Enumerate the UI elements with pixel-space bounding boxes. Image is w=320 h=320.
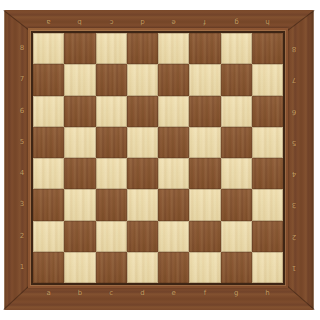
square-h5[interactable] xyxy=(252,127,283,158)
square-h1[interactable] xyxy=(252,252,283,283)
square-e8[interactable] xyxy=(158,33,189,64)
square-d2[interactable] xyxy=(127,221,158,252)
chess-board xyxy=(31,31,285,285)
square-f2[interactable] xyxy=(189,221,220,252)
square-c7[interactable] xyxy=(96,64,127,95)
square-c8[interactable] xyxy=(96,33,127,64)
rank-labels-right-4: 4 xyxy=(287,158,301,189)
square-a1[interactable] xyxy=(33,252,64,283)
square-d8[interactable] xyxy=(127,33,158,64)
square-a7[interactable] xyxy=(33,64,64,95)
rank-labels-right-7: 7 xyxy=(287,64,301,95)
square-b2[interactable] xyxy=(64,221,95,252)
square-h6[interactable] xyxy=(252,96,283,127)
square-g4[interactable] xyxy=(221,158,252,189)
square-h7[interactable] xyxy=(252,64,283,95)
square-g7[interactable] xyxy=(221,64,252,95)
rank-labels-left: 87654321 xyxy=(15,33,29,283)
rank-labels-left-6: 6 xyxy=(15,96,29,127)
square-a2[interactable] xyxy=(33,221,64,252)
square-a4[interactable] xyxy=(33,158,64,189)
square-d5[interactable] xyxy=(127,127,158,158)
square-b3[interactable] xyxy=(64,189,95,220)
square-f1[interactable] xyxy=(189,252,220,283)
rank-labels-left-1: 1 xyxy=(15,252,29,283)
square-e7[interactable] xyxy=(158,64,189,95)
square-c6[interactable] xyxy=(96,96,127,127)
rank-labels-left-4: 4 xyxy=(15,158,29,189)
rank-labels-right-1: 1 xyxy=(287,252,301,283)
square-e2[interactable] xyxy=(158,221,189,252)
square-c1[interactable] xyxy=(96,252,127,283)
square-b6[interactable] xyxy=(64,96,95,127)
square-a3[interactable] xyxy=(33,189,64,220)
square-f3[interactable] xyxy=(189,189,220,220)
square-e6[interactable] xyxy=(158,96,189,127)
square-c3[interactable] xyxy=(96,189,127,220)
square-f7[interactable] xyxy=(189,64,220,95)
square-h2[interactable] xyxy=(252,221,283,252)
rank-labels-right: 87654321 xyxy=(287,33,301,283)
rank-labels-right-2: 2 xyxy=(287,221,301,252)
rank-labels-left-7: 7 xyxy=(15,64,29,95)
square-d3[interactable] xyxy=(127,189,158,220)
square-g6[interactable] xyxy=(221,96,252,127)
square-d4[interactable] xyxy=(127,158,158,189)
rank-labels-left-8: 8 xyxy=(15,33,29,64)
square-f6[interactable] xyxy=(189,96,220,127)
square-g3[interactable] xyxy=(221,189,252,220)
square-a5[interactable] xyxy=(33,127,64,158)
square-g8[interactable] xyxy=(221,33,252,64)
square-e1[interactable] xyxy=(158,252,189,283)
square-g1[interactable] xyxy=(221,252,252,283)
square-c5[interactable] xyxy=(96,127,127,158)
square-e3[interactable] xyxy=(158,189,189,220)
square-d6[interactable] xyxy=(127,96,158,127)
square-e4[interactable] xyxy=(158,158,189,189)
square-h8[interactable] xyxy=(252,33,283,64)
square-f5[interactable] xyxy=(189,127,220,158)
square-g5[interactable] xyxy=(221,127,252,158)
square-c2[interactable] xyxy=(96,221,127,252)
square-d7[interactable] xyxy=(127,64,158,95)
square-c4[interactable] xyxy=(96,158,127,189)
rank-labels-left-2: 2 xyxy=(15,221,29,252)
square-b4[interactable] xyxy=(64,158,95,189)
square-g2[interactable] xyxy=(221,221,252,252)
square-b7[interactable] xyxy=(64,64,95,95)
square-h3[interactable] xyxy=(252,189,283,220)
square-h4[interactable] xyxy=(252,158,283,189)
rank-labels-left-3: 3 xyxy=(15,189,29,220)
square-a6[interactable] xyxy=(33,96,64,127)
square-d1[interactable] xyxy=(127,252,158,283)
rank-labels-right-5: 5 xyxy=(287,127,301,158)
square-a8[interactable] xyxy=(33,33,64,64)
chessboard-photo: abcdefgh 87654321 87654321 abcdefgh xyxy=(4,10,314,310)
square-f4[interactable] xyxy=(189,158,220,189)
rank-labels-left-5: 5 xyxy=(15,127,29,158)
rank-labels-right-8: 8 xyxy=(287,33,301,64)
rank-labels-right-6: 6 xyxy=(287,96,301,127)
square-f8[interactable] xyxy=(189,33,220,64)
rank-labels-right-3: 3 xyxy=(287,189,301,220)
square-b1[interactable] xyxy=(64,252,95,283)
square-b8[interactable] xyxy=(64,33,95,64)
square-b5[interactable] xyxy=(64,127,95,158)
square-e5[interactable] xyxy=(158,127,189,158)
